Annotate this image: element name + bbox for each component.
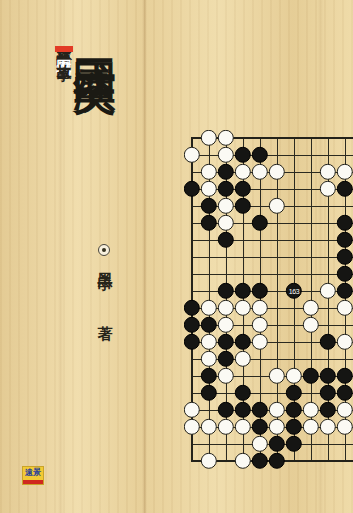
book-title: 三國演奕 <box>72 26 118 226</box>
subtitle-suffix: 故事 <box>56 52 72 57</box>
white-stone <box>235 453 251 469</box>
subtitle-prefix: 林海峰的 <box>56 36 72 46</box>
publisher-logo-kanji: 遠景 <box>25 468 41 478</box>
author-bullet-icon <box>98 244 110 256</box>
black-stone <box>269 453 285 469</box>
black-stone <box>252 453 268 469</box>
wood-grain-seam <box>142 0 147 513</box>
go-board: 163 <box>184 130 353 475</box>
publisher-logo: 遠景 <box>22 466 44 485</box>
author-name: 黑白子 <box>95 260 114 266</box>
white-stone <box>201 453 217 469</box>
bullet-dot-icon <box>102 248 106 252</box>
subtitle: 林海峰的圍棋故事 <box>54 36 73 196</box>
publisher-logo-red-strip <box>23 480 43 484</box>
